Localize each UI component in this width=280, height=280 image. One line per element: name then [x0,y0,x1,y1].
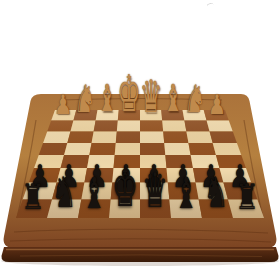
black-king-glyph: ♚ [112,163,138,215]
black-knight-glyph: ♞ [51,172,76,214]
white-bishop-glyph: ♝ [97,81,117,118]
white-pawn-glyph: ♟ [208,91,226,118]
white-knight-glyph: ♞ [74,80,96,118]
black-knight-glyph: ♞ [203,172,228,214]
white-king-glyph: ♚ [117,68,140,119]
black-rook-glyph: ♜ [235,179,258,214]
chess-board [0,0,280,280]
black-rook-glyph: ♜ [21,179,44,214]
black-bishop-glyph: ♝ [174,171,198,214]
white-queen-glyph: ♛ [140,74,162,119]
white-pawn-glyph: ♟ [54,91,72,118]
black-bishop-glyph: ♝ [82,171,106,214]
black-queen-glyph: ♛ [142,167,168,215]
chess-set-photo: ♟♞♝♚♛♝♞♟♟♟♟♟♟♟♟♟♜♞♝♚♛♝♞♜ [0,0,280,280]
white-knight-glyph: ♞ [184,80,206,118]
white-bishop-glyph: ♝ [163,81,183,118]
